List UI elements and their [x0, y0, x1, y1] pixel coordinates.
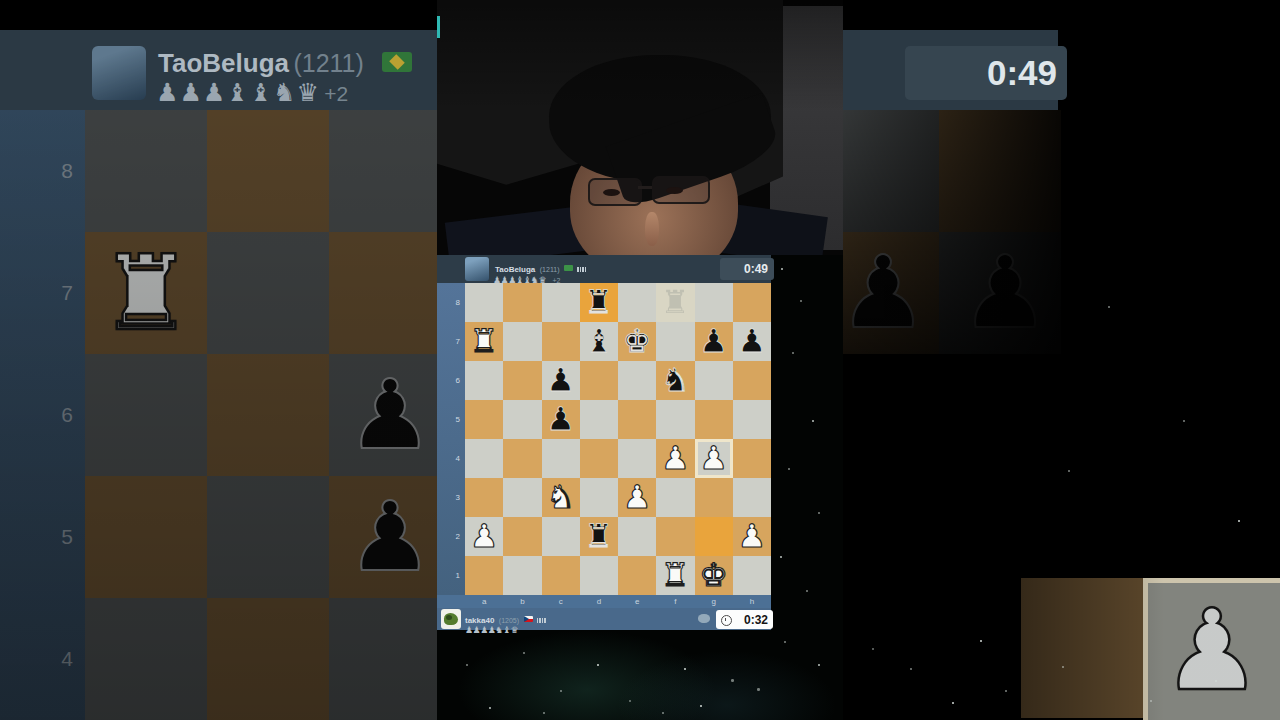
top-player-avatar[interactable] [465, 257, 489, 281]
star [731, 679, 734, 682]
star [872, 648, 874, 650]
white-r-piece[interactable]: ♜ [656, 556, 694, 595]
star [812, 420, 814, 422]
star [466, 664, 468, 666]
coord-label: 6 [437, 361, 465, 400]
square-d1[interactable] [580, 556, 618, 595]
star [952, 702, 954, 704]
rank-labels: 87654321 [437, 283, 465, 595]
white-k-piece[interactable]: ♚ [695, 556, 733, 595]
coord-label: e [618, 595, 656, 608]
square-d4[interactable] [580, 439, 618, 478]
square-a5[interactable] [465, 400, 503, 439]
star [1068, 470, 1070, 472]
star [910, 668, 912, 670]
coord-label: h [733, 595, 771, 608]
star [980, 640, 982, 642]
star [1005, 690, 1007, 692]
file-labels-strip: abcdefgh [437, 595, 771, 608]
coord-label: d [580, 595, 618, 608]
bg-square [329, 232, 451, 354]
star [700, 705, 702, 707]
bg-square [329, 110, 451, 232]
square-h1[interactable] [733, 556, 771, 595]
square-f8[interactable]: ♜ [656, 283, 694, 322]
coord-label: 4 [437, 439, 465, 478]
black-p-piece[interactable]: ♟ [695, 322, 733, 361]
star [543, 712, 545, 714]
white-p-piece[interactable]: ♟ [465, 517, 503, 556]
bottom-player-avatar[interactable] [441, 609, 461, 629]
eye-right [666, 187, 683, 194]
star [780, 556, 782, 558]
star [788, 468, 790, 470]
white-p-piece[interactable]: ♟ [695, 439, 733, 478]
bg-black-p: ♟ [329, 476, 451, 598]
square-c2[interactable] [542, 517, 580, 556]
star [629, 700, 631, 702]
bg-square [207, 232, 329, 354]
square-a3[interactable] [465, 478, 503, 517]
star [523, 652, 525, 654]
star [662, 712, 664, 714]
coord-label: 5 [437, 400, 465, 439]
square-c8[interactable] [542, 283, 580, 322]
coord-label: 6 [0, 354, 85, 476]
chess-app-card: TaoBeluga (1211) ♟♟♟♝♝♞♛ +2 0:49 8765432… [437, 255, 771, 630]
square-b6[interactable] [503, 361, 541, 400]
bottom-captured-pieces: ♟♟♟♟♞♝♛ [465, 625, 518, 635]
star [792, 352, 794, 354]
coord-label: 7 [437, 322, 465, 361]
top-flag-icon [564, 265, 573, 271]
bg-black-p: ♟ [329, 354, 451, 476]
top-player-bar: TaoBeluga (1211) ♟♟♟♝♝♞♛ +2 0:49 [437, 255, 771, 283]
eye-left [603, 189, 620, 196]
nose-shade [645, 212, 659, 246]
white-p-piece[interactable]: ♟ [733, 517, 771, 556]
square-b7[interactable] [503, 322, 541, 361]
black-b-piece[interactable]: ♝ [580, 322, 618, 361]
coord-label: 5 [0, 476, 85, 598]
square-b8[interactable] [503, 283, 541, 322]
square-b4[interactable] [503, 439, 541, 478]
square-g2[interactable] [695, 517, 733, 556]
star [757, 688, 760, 691]
square-b3[interactable] [503, 478, 541, 517]
bg-flag-icon [382, 52, 412, 72]
square-h7[interactable]: ♟ [733, 322, 771, 361]
chess-board[interactable]: ♜♜♜♝♚♟♟♟♞♟♟♟♞♟♟♜♟♜♚ [465, 283, 771, 595]
coord-label: 7 [0, 232, 85, 354]
star [489, 707, 491, 709]
star [1183, 420, 1185, 422]
square-e7[interactable]: ♚ [618, 322, 656, 361]
white-p-piece[interactable]: ♟ [656, 439, 694, 478]
square-f3[interactable] [656, 478, 694, 517]
square-d2[interactable]: ♜ [580, 517, 618, 556]
square-d3[interactable] [580, 478, 618, 517]
black-k-piece[interactable]: ♚ [618, 322, 656, 361]
bg-square [207, 476, 329, 598]
file-labels: abcdefgh [465, 595, 771, 608]
square-c5[interactable]: ♟ [542, 400, 580, 439]
square-f7[interactable] [656, 322, 694, 361]
square-h6[interactable] [733, 361, 771, 400]
square-h4[interactable] [733, 439, 771, 478]
square-e2[interactable] [618, 517, 656, 556]
square-e6[interactable] [618, 361, 656, 400]
star [684, 668, 686, 670]
video-frame: TaoBeluga (1211) ♟♟♟♝♝♞♛ +2 87654 ♜♟♟ 0:… [0, 0, 1280, 720]
star [1215, 680, 1217, 682]
bg-black-p: ♟ [944, 232, 1066, 354]
square-c3[interactable]: ♞ [542, 478, 580, 517]
white-p-piece[interactable]: ♟ [618, 478, 656, 517]
bg-square [85, 476, 207, 598]
coord-label: 3 [437, 478, 465, 517]
square-a1[interactable] [465, 556, 503, 595]
white-r-piece[interactable]: ♜ [465, 322, 503, 361]
square-d5[interactable] [580, 400, 618, 439]
chat-icon[interactable] [698, 614, 710, 623]
bg-player-rating: (1211) [293, 49, 363, 77]
square-c4[interactable] [542, 439, 580, 478]
square-h8[interactable] [733, 283, 771, 322]
star [1062, 666, 1064, 668]
square-g1[interactable]: ♚ [695, 556, 733, 595]
coord-label: b [503, 595, 541, 608]
black-r-piece[interactable]: ♜ [580, 517, 618, 556]
square-c6[interactable]: ♟ [542, 361, 580, 400]
bg-avatar-top [92, 46, 146, 100]
square-f5[interactable] [656, 400, 694, 439]
square-e1[interactable] [618, 556, 656, 595]
bottom-flag-icon [524, 616, 533, 622]
bg-pawn-corner: ♟ [1150, 588, 1274, 712]
coord-label: 8 [0, 110, 85, 232]
square-f2[interactable] [656, 517, 694, 556]
clock-icon [721, 615, 732, 626]
top-signal-bars-icon [577, 258, 587, 275]
black-p-piece[interactable]: ♟ [733, 322, 771, 361]
black-r-piece[interactable]: ♜ [580, 283, 618, 322]
star [560, 690, 562, 692]
white-n-piece[interactable]: ♞ [542, 478, 580, 517]
black-n-piece[interactable]: ♞ [656, 361, 694, 400]
square-g4[interactable]: ♟ [695, 439, 733, 478]
square-b2[interactable] [503, 517, 541, 556]
coord-label: 2 [437, 517, 465, 556]
bottom-player-bar: takka40 (1205) ♟♟♟♟♞♝♛ 0:32 [437, 608, 771, 630]
star [781, 268, 783, 270]
coord-label: f [656, 595, 694, 608]
star [818, 664, 820, 666]
bg-material-advantage: +2 [324, 82, 348, 105]
black-p-piece[interactable]: ♟ [542, 400, 580, 439]
square-a6[interactable] [465, 361, 503, 400]
square-d7[interactable]: ♝ [580, 322, 618, 361]
coord-label: c [542, 595, 580, 608]
square-a8[interactable] [465, 283, 503, 322]
bottom-clock-active: 0:32 [716, 610, 773, 629]
bg-player-name: TaoBeluga [158, 48, 289, 78]
square-e8[interactable] [618, 283, 656, 322]
bg-square [85, 354, 207, 476]
square-a2[interactable]: ♟ [465, 517, 503, 556]
square-g3[interactable] [695, 478, 733, 517]
bg-square [85, 110, 207, 232]
star [818, 512, 820, 514]
coord-label: g [695, 595, 733, 608]
bg-clock-top: 0:49 [905, 46, 1067, 100]
square-h2[interactable]: ♟ [733, 517, 771, 556]
square-a4[interactable] [465, 439, 503, 478]
bg-square [329, 598, 451, 720]
square-g5[interactable] [695, 400, 733, 439]
coord-label: a [465, 595, 503, 608]
square-c7[interactable] [542, 322, 580, 361]
square-b1[interactable] [503, 556, 541, 595]
coord-label: 8 [437, 283, 465, 322]
webcam-shoulder-left [445, 206, 589, 255]
square-d6[interactable] [580, 361, 618, 400]
square-a7[interactable]: ♜ [465, 322, 503, 361]
bg-square-orange [1021, 578, 1143, 718]
square-h3[interactable] [733, 478, 771, 517]
star [1150, 700, 1152, 702]
square-f6[interactable]: ♞ [656, 361, 694, 400]
star [1238, 520, 1240, 522]
bg-square [207, 598, 329, 720]
coord-label: 4 [0, 598, 85, 720]
square-g8[interactable] [695, 283, 733, 322]
bg-square [207, 110, 329, 232]
coord-label: 1 [437, 556, 465, 595]
ghost-piece: ♜ [656, 283, 694, 322]
bg-square [207, 354, 329, 476]
square-e5[interactable] [618, 400, 656, 439]
bg-square [939, 110, 1061, 232]
square-b5[interactable] [503, 400, 541, 439]
square-h5[interactable] [733, 400, 771, 439]
cyan-glitch [437, 16, 440, 38]
star [597, 664, 599, 666]
star [806, 590, 808, 592]
square-g7[interactable]: ♟ [695, 322, 733, 361]
bg-square [85, 598, 207, 720]
webcam-video [437, 0, 843, 255]
glasses-bridge [638, 186, 652, 189]
square-d8[interactable]: ♜ [580, 283, 618, 322]
square-g6[interactable] [695, 361, 733, 400]
top-clock: 0:49 [720, 258, 774, 280]
square-e4[interactable] [618, 439, 656, 478]
star [1108, 306, 1110, 308]
black-p-piece[interactable]: ♟ [542, 361, 580, 400]
star [800, 300, 802, 302]
square-c1[interactable] [542, 556, 580, 595]
square-f4[interactable]: ♟ [656, 439, 694, 478]
bottom-signal-bars-icon [537, 609, 547, 626]
bg-white-r: ♜ [85, 232, 207, 354]
bg-rank-labels: 87654 [0, 110, 85, 720]
square-f1[interactable]: ♜ [656, 556, 694, 595]
bg-captured-pieces: ♟♟♟♝♝♞♛ [156, 78, 320, 107]
star [784, 641, 786, 643]
square-e3[interactable]: ♟ [618, 478, 656, 517]
